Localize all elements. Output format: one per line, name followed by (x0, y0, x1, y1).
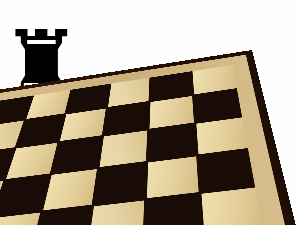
square-a5 (199, 150, 255, 192)
square-d4 (33, 207, 92, 225)
square-b5 (147, 156, 199, 198)
square-c6 (99, 130, 147, 167)
square-d6 (52, 137, 102, 173)
square-b6 (148, 124, 196, 161)
piece-shadow (0, 0, 43, 11)
square-c5 (94, 163, 146, 205)
chess-set-product-photo: 87hgfedcba ♜♞♝♚♛♝♞♜♟♟♟♟♟♟♟♟ (0, 0, 300, 225)
square-a6 (196, 117, 248, 154)
square-a4 (201, 187, 263, 225)
square-d5 (43, 169, 97, 210)
square-b4 (145, 194, 201, 225)
